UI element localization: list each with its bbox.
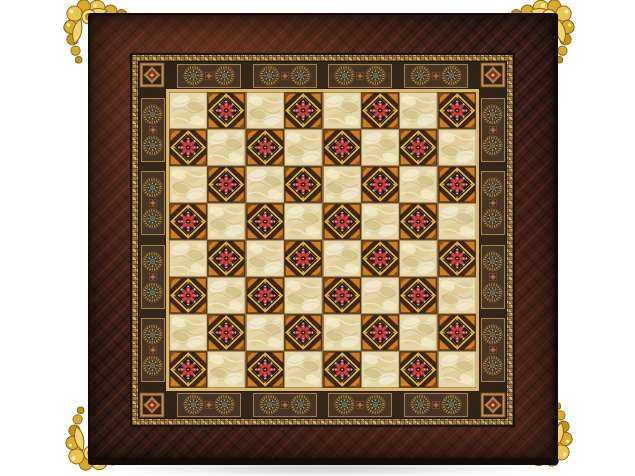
square-b1[interactable] [207, 351, 245, 388]
square-h6[interactable] [438, 166, 476, 203]
connector-diamond-icon [281, 401, 289, 409]
rosette-medallion-icon [142, 355, 163, 376]
connector-diamond-icon [149, 273, 157, 281]
connector-diamond-icon [149, 126, 157, 134]
square-c8[interactable] [246, 92, 284, 129]
connector-diamond-icon [432, 72, 440, 80]
rosette-medallion-icon [441, 394, 462, 415]
square-d1[interactable] [284, 351, 322, 388]
square-f8[interactable] [361, 92, 399, 129]
rosette-medallion-icon [214, 394, 235, 415]
square-g3[interactable] [399, 277, 437, 314]
rosette-medallion-icon [482, 135, 503, 156]
square-c2[interactable] [246, 314, 284, 351]
square-a5[interactable] [169, 203, 207, 240]
square-a3[interactable] [169, 277, 207, 314]
square-b6[interactable] [207, 166, 245, 203]
medallion-pair-panel [253, 393, 317, 417]
rosette-medallion-icon [334, 394, 355, 415]
square-h2[interactable] [438, 314, 476, 351]
connector-diamond-icon [281, 72, 289, 80]
connector-diamond-icon [356, 72, 364, 80]
medallion-pair-panel [141, 318, 165, 382]
medallion-band [138, 61, 507, 419]
square-b8[interactable] [207, 92, 245, 129]
square-d7[interactable] [284, 129, 322, 166]
square-c3[interactable] [246, 277, 284, 314]
photo-canvas [0, 0, 635, 476]
medallion-pair-panel [141, 98, 165, 162]
square-a6[interactable] [169, 166, 207, 203]
connector-diamond-icon [489, 273, 497, 281]
square-f3[interactable] [361, 277, 399, 314]
rosette-medallion-icon [183, 394, 204, 415]
square-h7[interactable] [438, 129, 476, 166]
medallion-pair-panel [253, 64, 317, 88]
rosette-medallion-icon [441, 65, 462, 86]
square-h8[interactable] [438, 92, 476, 129]
square-a4[interactable] [169, 240, 207, 277]
rosette-medallion-icon [259, 65, 280, 86]
rosette-medallion-icon [142, 208, 163, 229]
connector-diamond-icon [205, 72, 213, 80]
square-e6[interactable] [323, 166, 361, 203]
rosette-medallion-icon [365, 65, 386, 86]
rosette-medallion-icon [142, 324, 163, 345]
rosette-medallion-icon [482, 208, 503, 229]
square-d8[interactable] [284, 92, 322, 129]
rosette-medallion-icon [334, 65, 355, 86]
medallion-pair-panel [404, 64, 468, 88]
rosette-medallion-icon [482, 177, 503, 198]
rosette-medallion-icon [482, 355, 503, 376]
square-g2[interactable] [399, 314, 437, 351]
medallion-strip-right [479, 89, 506, 391]
gold-mosaic-band [132, 55, 513, 425]
connector-diamond-icon [149, 199, 157, 207]
medallion-pair-panel [404, 393, 468, 417]
square-d4[interactable] [284, 240, 322, 277]
medallion-pair-panel [481, 171, 505, 235]
band-corner-motif-icon [480, 392, 506, 418]
square-a8[interactable] [169, 92, 207, 129]
square-b2[interactable] [207, 314, 245, 351]
square-c1[interactable] [246, 351, 284, 388]
rosette-medallion-icon [290, 65, 311, 86]
square-h1[interactable] [438, 351, 476, 388]
connector-diamond-icon [489, 346, 497, 354]
rosette-medallion-icon [142, 282, 163, 303]
square-b5[interactable] [207, 203, 245, 240]
square-f2[interactable] [361, 314, 399, 351]
rosette-medallion-icon [142, 135, 163, 156]
medallion-pair-panel [481, 98, 505, 162]
square-h3[interactable] [438, 277, 476, 314]
square-b3[interactable] [207, 277, 245, 314]
chess-table [88, 13, 558, 465]
connector-diamond-icon [432, 401, 440, 409]
rosette-medallion-icon [482, 282, 503, 303]
square-f1[interactable] [361, 351, 399, 388]
connector-diamond-icon [205, 401, 213, 409]
square-d2[interactable] [284, 314, 322, 351]
rosette-medallion-icon [482, 324, 503, 345]
board-frame [166, 89, 479, 391]
band-corner-motif-icon [480, 62, 506, 88]
connector-diamond-icon [489, 126, 497, 134]
rosette-medallion-icon [482, 251, 503, 272]
medallion-strip-top [166, 62, 479, 89]
square-e1[interactable] [323, 351, 361, 388]
square-d5[interactable] [284, 203, 322, 240]
medallion-strip-bottom [166, 391, 479, 418]
rosette-medallion-icon [142, 177, 163, 198]
square-f7[interactable] [361, 129, 399, 166]
band-corner-motif-icon [139, 392, 165, 418]
square-c6[interactable] [246, 166, 284, 203]
square-a7[interactable] [169, 129, 207, 166]
square-b4[interactable] [207, 240, 245, 277]
rosette-medallion-icon [482, 104, 503, 125]
square-g8[interactable] [399, 92, 437, 129]
rosette-medallion-icon [183, 65, 204, 86]
square-g6[interactable] [399, 166, 437, 203]
square-e4[interactable] [323, 240, 361, 277]
square-f6[interactable] [361, 166, 399, 203]
square-d3[interactable] [284, 277, 322, 314]
rosette-medallion-icon [365, 394, 386, 415]
square-f5[interactable] [361, 203, 399, 240]
square-f4[interactable] [361, 240, 399, 277]
medallion-pair-panel [141, 171, 165, 235]
square-a1[interactable] [169, 351, 207, 388]
square-e2[interactable] [323, 314, 361, 351]
square-g5[interactable] [399, 203, 437, 240]
square-h5[interactable] [438, 203, 476, 240]
medallion-strip-left [139, 89, 166, 391]
square-g7[interactable] [399, 129, 437, 166]
rosette-medallion-icon [214, 65, 235, 86]
connector-diamond-icon [356, 401, 364, 409]
band-corner-motif-icon [139, 62, 165, 88]
medallion-pair-panel [328, 64, 392, 88]
connector-diamond-icon [149, 346, 157, 354]
medallion-pair-panel [177, 393, 241, 417]
rosette-medallion-icon [410, 394, 431, 415]
rosette-medallion-icon [259, 394, 280, 415]
medallion-pair-panel [328, 393, 392, 417]
square-g4[interactable] [399, 240, 437, 277]
square-c5[interactable] [246, 203, 284, 240]
rosette-medallion-icon [142, 104, 163, 125]
square-a2[interactable] [169, 314, 207, 351]
square-c7[interactable] [246, 129, 284, 166]
square-h4[interactable] [438, 240, 476, 277]
rosette-medallion-icon [410, 65, 431, 86]
square-g1[interactable] [399, 351, 437, 388]
board [169, 92, 476, 388]
connector-diamond-icon [489, 199, 497, 207]
square-d6[interactable] [284, 166, 322, 203]
rosette-medallion-icon [142, 251, 163, 272]
medallion-pair-panel [481, 245, 505, 309]
medallion-pair-panel [481, 318, 505, 382]
square-b7[interactable] [207, 129, 245, 166]
rosette-medallion-icon [290, 394, 311, 415]
table-shadow [96, 464, 548, 475]
square-e5[interactable] [323, 203, 361, 240]
square-e7[interactable] [323, 129, 361, 166]
square-c4[interactable] [246, 240, 284, 277]
medallion-pair-panel [141, 245, 165, 309]
square-e3[interactable] [323, 277, 361, 314]
square-e8[interactable] [323, 92, 361, 129]
medallion-pair-panel [177, 64, 241, 88]
